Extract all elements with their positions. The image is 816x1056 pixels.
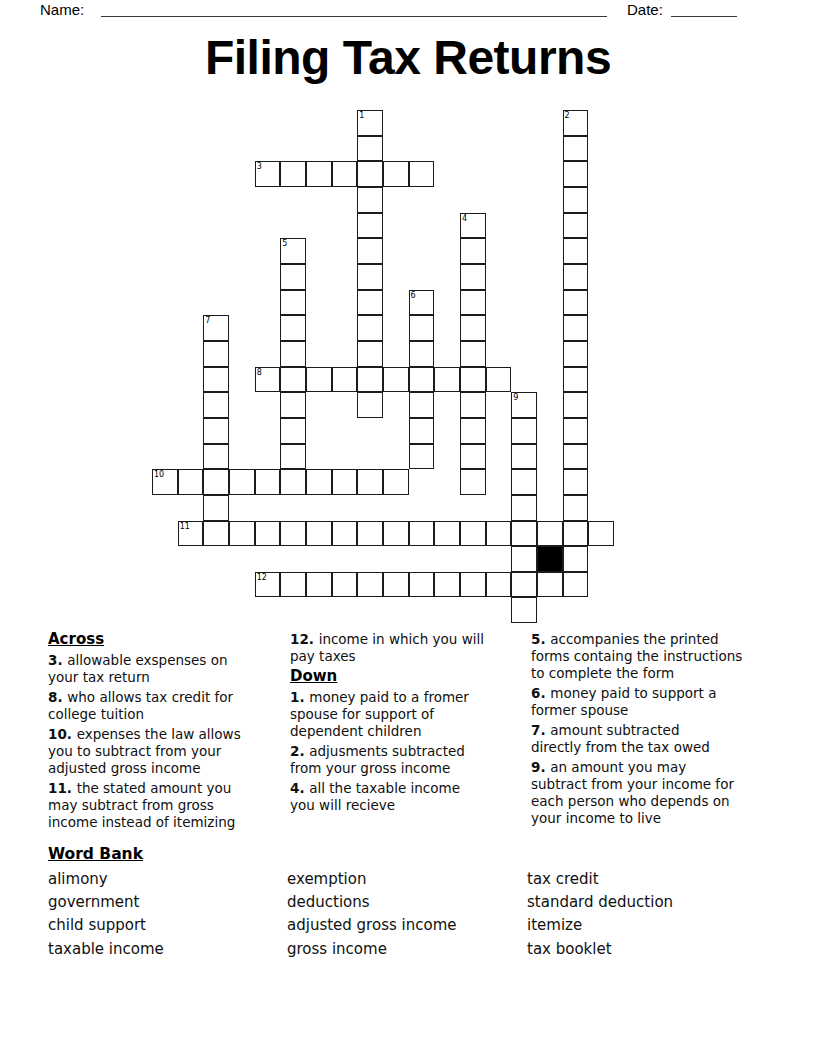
- grid-cell-r2c16[interactable]: [563, 161, 589, 187]
- across-header: Across: [48, 631, 241, 648]
- grid-cell-r8c12[interactable]: [460, 315, 486, 341]
- clue-down-2: 2. adjusments subtractedfrom your gross …: [290, 743, 484, 777]
- grid-cell-r0c8[interactable]: 1: [357, 110, 383, 136]
- clue-down-4: 4. all the taxable incomeyou will reciev…: [290, 780, 484, 814]
- grid-cell-r10c6[interactable]: [306, 367, 332, 393]
- grid-cell-r10c9[interactable]: [383, 367, 409, 393]
- word-bank-item: taxable income: [48, 938, 164, 961]
- clue-number-7: 7: [205, 316, 210, 325]
- grid-cell-r16c12[interactable]: [460, 521, 486, 547]
- clue-down-9: 9. an amount you maysubtract from your i…: [531, 759, 742, 827]
- grid-cell-r18c6[interactable]: [306, 572, 332, 598]
- worksheet-page: Name: Date: Filing Tax Returns 123456789…: [0, 0, 816, 1056]
- grid-cell-r12c2[interactable]: [203, 418, 229, 444]
- grid-cell-r16c5[interactable]: [280, 521, 306, 547]
- word-bank-item: child support: [48, 914, 164, 937]
- grid-cell-r2c9[interactable]: [383, 161, 409, 187]
- grid-cell-r10c2[interactable]: [203, 367, 229, 393]
- grid-cell-r12c12[interactable]: [460, 418, 486, 444]
- grid-cell-r16c15[interactable]: [537, 521, 563, 547]
- grid-cell-r16c9[interactable]: [383, 521, 409, 547]
- grid-cell-r18c5[interactable]: [280, 572, 306, 598]
- grid-cell-r12c5[interactable]: [280, 418, 306, 444]
- grid-cell-r5c12[interactable]: [460, 238, 486, 264]
- grid-cell-r16c17[interactable]: [588, 521, 614, 547]
- grid-cell-r9c5[interactable]: [280, 341, 306, 367]
- grid-cell-r5c16[interactable]: [563, 238, 589, 264]
- grid-cell-r13c14[interactable]: [511, 444, 537, 470]
- word-bank-item: standard deduction: [527, 891, 673, 914]
- grid-cell-r10c7[interactable]: [332, 367, 358, 393]
- grid-cell-r11c14[interactable]: 9: [511, 392, 537, 418]
- grid-cell-r5c5[interactable]: 5: [280, 238, 306, 264]
- grid-cell-r18c15[interactable]: [537, 572, 563, 598]
- grid-cell-r14c16[interactable]: [563, 469, 589, 495]
- word-bank-column-3: tax creditstandard deductionitemizetax b…: [527, 868, 673, 961]
- grid-cell-r14c4[interactable]: [255, 469, 281, 495]
- grid-cell-r2c8[interactable]: [357, 161, 383, 187]
- grid-cell-r6c5[interactable]: [280, 264, 306, 290]
- grid-cell-r8c2[interactable]: 7: [203, 315, 229, 341]
- grid-cell-r16c1[interactable]: 11: [178, 521, 204, 547]
- grid-cell-r9c10[interactable]: [409, 341, 435, 367]
- grid-cell-r3c8[interactable]: [357, 187, 383, 213]
- grid-cell-r14c8[interactable]: [357, 469, 383, 495]
- grid-cell-r16c4[interactable]: [255, 521, 281, 547]
- clue-number-3: 3: [257, 162, 262, 171]
- grid-cell-r12c14[interactable]: [511, 418, 537, 444]
- clues-column-1: Across3. allowable exspenses onyour tax …: [48, 631, 241, 834]
- grid-cell-r1c8[interactable]: [357, 136, 383, 162]
- word-bank-item: itemize: [527, 914, 673, 937]
- grid-cell-r7c8[interactable]: [357, 290, 383, 316]
- grid-cell-r13c2[interactable]: [203, 444, 229, 470]
- grid-cell-r18c7[interactable]: [332, 572, 358, 598]
- word-bank-item: exemption: [287, 868, 456, 891]
- grid-cell-r14c2[interactable]: [203, 469, 229, 495]
- grid-cell-r15c14[interactable]: [511, 495, 537, 521]
- grid-cell-r18c14[interactable]: [511, 572, 537, 598]
- grid-cell-r10c11[interactable]: [434, 367, 460, 393]
- grid-cell-r7c10[interactable]: 6: [409, 290, 435, 316]
- grid-cell-r2c10[interactable]: [409, 161, 435, 187]
- word-bank-item: alimony: [48, 868, 164, 891]
- grid-cell-r17c14[interactable]: [511, 546, 537, 572]
- grid-cell-r5c8[interactable]: [357, 238, 383, 264]
- down-header: Down: [290, 668, 484, 685]
- grid-cell-r12c16[interactable]: [563, 418, 589, 444]
- crossword-grid: 123456789101112: [152, 110, 614, 623]
- clue-across-10: 10. expenses the law allowsyou to subtra…: [48, 726, 241, 777]
- grid-cell-r10c13[interactable]: [486, 367, 512, 393]
- grid-cell-r12c10[interactable]: [409, 418, 435, 444]
- grid-cell-r4c16[interactable]: [563, 213, 589, 239]
- grid-cell-r14c7[interactable]: [332, 469, 358, 495]
- grid-cell-r6c12[interactable]: [460, 264, 486, 290]
- grid-cell-r16c6[interactable]: [306, 521, 332, 547]
- grid-cell-r10c5[interactable]: [280, 367, 306, 393]
- grid-cell-r13c5[interactable]: [280, 444, 306, 470]
- clue-number-9: 9: [513, 393, 518, 402]
- grid-cell-r16c8[interactable]: [357, 521, 383, 547]
- grid-cell-r11c2[interactable]: [203, 392, 229, 418]
- word-bank-column-1: alimonygovernmentchild supporttaxable in…: [48, 868, 164, 961]
- grid-cell-r11c8[interactable]: [357, 392, 383, 418]
- grid-cell-r17c16[interactable]: [563, 546, 589, 572]
- grid-cell-r16c16[interactable]: [563, 521, 589, 547]
- grid-cell-r13c10[interactable]: [409, 444, 435, 470]
- grid-cell-r18c9[interactable]: [383, 572, 409, 598]
- grid-cell-r19c14[interactable]: [511, 597, 537, 623]
- grid-cell-r4c8[interactable]: [357, 213, 383, 239]
- grid-cell-r16c13[interactable]: [486, 521, 512, 547]
- clue-across-11: 11. the stated amount youmay subtract fr…: [48, 780, 241, 831]
- black-cell-r17c15: [537, 546, 563, 572]
- word-bank-header: Word Bank: [48, 845, 143, 863]
- grid-cell-r11c12[interactable]: [460, 392, 486, 418]
- grid-cell-r14c9[interactable]: [383, 469, 409, 495]
- clue-number-10: 10: [154, 470, 164, 479]
- word-bank-item: adjusted gross income: [287, 914, 456, 937]
- page-title: Filing Tax Returns: [0, 30, 816, 85]
- grid-cell-r18c12[interactable]: [460, 572, 486, 598]
- grid-cell-r8c10[interactable]: [409, 315, 435, 341]
- grid-cell-r0c16[interactable]: 2: [563, 110, 589, 136]
- grid-cell-r14c12[interactable]: [460, 469, 486, 495]
- clue-number-8: 8: [257, 368, 262, 377]
- grid-cell-r2c5[interactable]: [280, 161, 306, 187]
- grid-cell-r11c10[interactable]: [409, 392, 435, 418]
- grid-cell-r6c16[interactable]: [563, 264, 589, 290]
- grid-cell-r2c6[interactable]: [306, 161, 332, 187]
- clue-down-7: 7. amount subtracteddirectly from the ta…: [531, 722, 742, 756]
- grid-cell-r11c5[interactable]: [280, 392, 306, 418]
- date-label: Date:: [627, 1, 663, 18]
- grid-cell-r8c8[interactable]: [357, 315, 383, 341]
- clue-number-11: 11: [180, 522, 190, 531]
- word-bank-item: tax credit: [527, 868, 673, 891]
- grid-cell-r10c8[interactable]: [357, 367, 383, 393]
- grid-cell-r9c16[interactable]: [563, 341, 589, 367]
- clue-down-1: 1. money paid to a fromerspouse for supp…: [290, 689, 484, 740]
- grid-cell-r9c12[interactable]: [460, 341, 486, 367]
- clue-number-12: 12: [257, 573, 267, 582]
- word-bank-item: tax booklet: [527, 938, 673, 961]
- grid-cell-r3c16[interactable]: [563, 187, 589, 213]
- grid-cell-r15c16[interactable]: [563, 495, 589, 521]
- grid-cell-r14c14[interactable]: [511, 469, 537, 495]
- grid-cell-r9c8[interactable]: [357, 341, 383, 367]
- grid-cell-r16c10[interactable]: [409, 521, 435, 547]
- clue-number-4: 4: [462, 214, 467, 223]
- grid-cell-r18c11[interactable]: [434, 572, 460, 598]
- clues-column-3: 5. accompanies the printedforms containg…: [531, 631, 742, 830]
- grid-cell-r11c16[interactable]: [563, 392, 589, 418]
- grid-cell-r16c7[interactable]: [332, 521, 358, 547]
- grid-cell-r13c12[interactable]: [460, 444, 486, 470]
- grid-cell-r13c16[interactable]: [563, 444, 589, 470]
- grid-cell-r15c2[interactable]: [203, 495, 229, 521]
- clue-number-1: 1: [359, 111, 364, 120]
- grid-cell-r7c5[interactable]: [280, 290, 306, 316]
- name-label: Name:: [40, 1, 84, 18]
- clue-down-5: 5. accompanies the printedforms containg…: [531, 631, 742, 682]
- name-blank-line[interactable]: [101, 16, 607, 17]
- grid-cell-r2c7[interactable]: [332, 161, 358, 187]
- clue-number-5: 5: [282, 239, 287, 248]
- word-bank-column-2: exemptiondeductionsadjusted gross income…: [287, 868, 456, 961]
- grid-cell-r10c4[interactable]: 8: [255, 367, 281, 393]
- grid-cell-r8c5[interactable]: [280, 315, 306, 341]
- grid-cell-r6c8[interactable]: [357, 264, 383, 290]
- grid-cell-r18c4[interactable]: 12: [255, 572, 281, 598]
- clue-number-6: 6: [411, 291, 416, 300]
- clue-across-12: 12. income in which you willpay taxes: [290, 631, 484, 665]
- grid-cell-r7c12[interactable]: [460, 290, 486, 316]
- grid-cell-r16c14[interactable]: [511, 521, 537, 547]
- grid-cell-r14c3[interactable]: [229, 469, 255, 495]
- grid-cell-r18c16[interactable]: [563, 572, 589, 598]
- grid-cell-r14c5[interactable]: [280, 469, 306, 495]
- grid-cell-r18c8[interactable]: [357, 572, 383, 598]
- grid-cell-r10c12[interactable]: [460, 367, 486, 393]
- word-bank-item: deductions: [287, 891, 456, 914]
- grid-cell-r14c6[interactable]: [306, 469, 332, 495]
- grid-cell-r16c2[interactable]: [203, 521, 229, 547]
- grid-cell-r16c3[interactable]: [229, 521, 255, 547]
- grid-cell-r14c1[interactable]: [178, 469, 204, 495]
- clues-column-2: 12. income in which you willpay taxesDow…: [290, 631, 484, 817]
- grid-cell-r14c0[interactable]: 10: [152, 469, 178, 495]
- grid-cell-r9c2[interactable]: [203, 341, 229, 367]
- grid-cell-r8c16[interactable]: [563, 315, 589, 341]
- grid-cell-r2c4[interactable]: 3: [255, 161, 281, 187]
- word-bank-item: gross income: [287, 938, 456, 961]
- clue-number-2: 2: [565, 111, 570, 120]
- grid-cell-r18c13[interactable]: [486, 572, 512, 598]
- clue-across-8: 8. who allows tax credit forcollege tuit…: [48, 689, 241, 723]
- word-bank-item: government: [48, 891, 164, 914]
- grid-cell-r10c10[interactable]: [409, 367, 435, 393]
- clue-down-6: 6. money paid to support aformer spouse: [531, 685, 742, 719]
- grid-cell-r18c10[interactable]: [409, 572, 435, 598]
- grid-cell-r16c11[interactable]: [434, 521, 460, 547]
- grid-cell-r10c16[interactable]: [563, 367, 589, 393]
- date-blank-line[interactable]: [671, 16, 737, 17]
- grid-cell-r1c16[interactable]: [563, 136, 589, 162]
- grid-cell-r7c16[interactable]: [563, 290, 589, 316]
- clue-across-3: 3. allowable exspenses onyour tax return: [48, 652, 241, 686]
- grid-cell-r4c12[interactable]: 4: [460, 213, 486, 239]
